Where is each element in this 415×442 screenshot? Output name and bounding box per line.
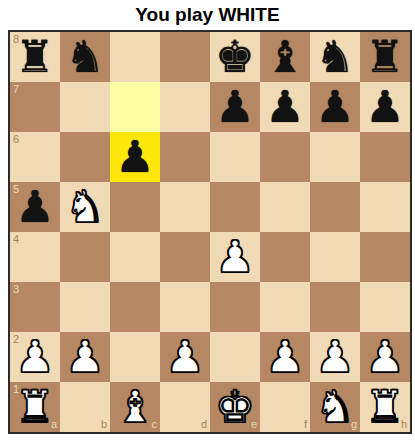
- black-pawn: ♟: [210, 82, 260, 132]
- white-pawn: ♟: [10, 332, 60, 382]
- square-g2[interactable]: ♟: [310, 332, 360, 382]
- white-pawn: ♟: [160, 332, 210, 382]
- square-c2[interactable]: [110, 332, 160, 382]
- square-c7[interactable]: [110, 82, 160, 132]
- square-f1[interactable]: f: [260, 382, 310, 432]
- chess-board: 8♜♞♚♝♞♜7♟♟♟♟6♟5♟♞4♟32♟♟♟♟♟♟1a♜bc♝de♚fg♞h…: [8, 30, 412, 434]
- square-e2[interactable]: [210, 332, 260, 382]
- page-title: You play WHITE: [0, 0, 415, 30]
- square-c3[interactable]: [110, 282, 160, 332]
- square-h6[interactable]: [360, 132, 410, 182]
- square-h7[interactable]: ♟: [360, 82, 410, 132]
- square-f2[interactable]: ♟: [260, 332, 310, 382]
- square-g6[interactable]: [310, 132, 360, 182]
- black-pawn: ♟: [260, 82, 310, 132]
- square-h2[interactable]: ♟: [360, 332, 410, 382]
- black-pawn: ♟: [360, 82, 410, 132]
- black-king: ♚: [210, 32, 260, 82]
- square-g4[interactable]: [310, 232, 360, 282]
- square-e4[interactable]: ♟: [210, 232, 260, 282]
- square-c1[interactable]: c♝: [110, 382, 160, 432]
- square-f3[interactable]: [260, 282, 310, 332]
- square-b2[interactable]: ♟: [60, 332, 110, 382]
- square-b7[interactable]: [60, 82, 110, 132]
- square-b6[interactable]: [60, 132, 110, 182]
- black-bishop: ♝: [260, 32, 310, 82]
- square-f4[interactable]: [260, 232, 310, 282]
- square-e1[interactable]: e♚: [210, 382, 260, 432]
- square-b5[interactable]: ♞: [60, 182, 110, 232]
- square-c8[interactable]: [110, 32, 160, 82]
- rank-label-6: 6: [13, 134, 19, 145]
- file-label-d: d: [201, 419, 207, 430]
- black-rook: ♜: [360, 32, 410, 82]
- square-c4[interactable]: [110, 232, 160, 282]
- square-d3[interactable]: [160, 282, 210, 332]
- black-pawn: ♟: [10, 182, 60, 232]
- square-b3[interactable]: [60, 282, 110, 332]
- square-e6[interactable]: [210, 132, 260, 182]
- white-pawn: ♟: [210, 232, 260, 282]
- white-pawn: ♟: [60, 332, 110, 382]
- square-h5[interactable]: [360, 182, 410, 232]
- square-a3[interactable]: 3: [10, 282, 60, 332]
- square-g7[interactable]: ♟: [310, 82, 360, 132]
- square-e8[interactable]: ♚: [210, 32, 260, 82]
- square-h3[interactable]: [360, 282, 410, 332]
- file-label-b: b: [101, 419, 107, 430]
- square-g1[interactable]: g♞: [310, 382, 360, 432]
- square-e7[interactable]: ♟: [210, 82, 260, 132]
- rank-label-4: 4: [13, 234, 19, 245]
- square-a6[interactable]: 6: [10, 132, 60, 182]
- white-king: ♚: [210, 382, 260, 432]
- square-c5[interactable]: [110, 182, 160, 232]
- square-a8[interactable]: 8♜: [10, 32, 60, 82]
- square-e3[interactable]: [210, 282, 260, 332]
- black-knight: ♞: [60, 32, 110, 82]
- square-a4[interactable]: 4: [10, 232, 60, 282]
- square-c6[interactable]: ♟: [110, 132, 160, 182]
- square-d8[interactable]: [160, 32, 210, 82]
- square-d1[interactable]: d: [160, 382, 210, 432]
- square-d5[interactable]: [160, 182, 210, 232]
- square-b8[interactable]: ♞: [60, 32, 110, 82]
- black-rook: ♜: [10, 32, 60, 82]
- white-rook: ♜: [10, 382, 60, 432]
- square-g3[interactable]: [310, 282, 360, 332]
- black-pawn: ♟: [310, 82, 360, 132]
- square-a2[interactable]: 2♟: [10, 332, 60, 382]
- square-b1[interactable]: b: [60, 382, 110, 432]
- square-h4[interactable]: [360, 232, 410, 282]
- white-knight: ♞: [310, 382, 360, 432]
- rank-label-7: 7: [13, 84, 19, 95]
- black-pawn: ♟: [110, 132, 160, 182]
- square-a7[interactable]: 7: [10, 82, 60, 132]
- square-b4[interactable]: [60, 232, 110, 282]
- rank-label-3: 3: [13, 284, 19, 295]
- white-rook: ♜: [360, 382, 410, 432]
- white-pawn: ♟: [260, 332, 310, 382]
- square-a1[interactable]: 1a♜: [10, 382, 60, 432]
- square-f6[interactable]: [260, 132, 310, 182]
- square-f8[interactable]: ♝: [260, 32, 310, 82]
- square-a5[interactable]: 5♟: [10, 182, 60, 232]
- file-label-f: f: [304, 419, 307, 430]
- square-d6[interactable]: [160, 132, 210, 182]
- square-d4[interactable]: [160, 232, 210, 282]
- square-g5[interactable]: [310, 182, 360, 232]
- white-pawn: ♟: [310, 332, 360, 382]
- square-g8[interactable]: ♞: [310, 32, 360, 82]
- square-h8[interactable]: ♜: [360, 32, 410, 82]
- square-e5[interactable]: [210, 182, 260, 232]
- white-knight: ♞: [60, 182, 110, 232]
- white-pawn: ♟: [360, 332, 410, 382]
- square-h1[interactable]: h♜: [360, 382, 410, 432]
- white-bishop: ♝: [110, 382, 160, 432]
- square-f7[interactable]: ♟: [260, 82, 310, 132]
- square-f5[interactable]: [260, 182, 310, 232]
- square-d7[interactable]: [160, 82, 210, 132]
- black-knight: ♞: [310, 32, 360, 82]
- square-d2[interactable]: ♟: [160, 332, 210, 382]
